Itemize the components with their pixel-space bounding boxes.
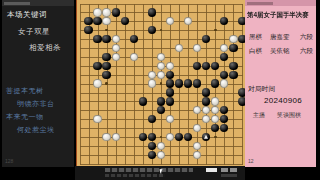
toolbar-button-3[interactable] — [221, 174, 237, 177]
black-stone — [84, 26, 92, 34]
grid-line — [233, 4, 234, 165]
white-stone — [157, 62, 165, 70]
white-stone — [112, 35, 120, 43]
toolbar-button-2[interactable] — [230, 168, 237, 172]
black-stone — [229, 71, 237, 79]
right-titlebar — [245, 0, 316, 6]
black-player-row: 黑棋 唐嘉雯 六段 — [249, 33, 313, 42]
white-stone — [102, 133, 110, 141]
poem-line-4: 何处惹尘埃 — [17, 125, 55, 135]
white-stone — [148, 71, 156, 79]
white-stone — [193, 151, 201, 159]
black-stone — [166, 71, 174, 79]
last-move-marker — [204, 135, 208, 139]
white-stone — [202, 115, 210, 123]
white-stone — [229, 35, 237, 43]
black-stone — [157, 97, 165, 105]
white-stone — [211, 115, 219, 123]
white-stone — [193, 124, 201, 132]
game-info-panel: 第4届女子国手半决赛 黑棋 唐嘉雯 六段 白棋 吴依铭 六段 对局时间 2024… — [245, 0, 316, 167]
grid-line — [242, 4, 243, 165]
black-stone — [202, 35, 210, 43]
white-stone — [112, 133, 120, 141]
white-stone — [93, 79, 101, 87]
progress-handle[interactable] — [206, 168, 217, 172]
black-stone — [121, 17, 129, 25]
black-stone — [202, 133, 210, 141]
black-stone — [193, 62, 201, 70]
white-stone — [166, 133, 174, 141]
black-player-rank: 六段 — [300, 33, 313, 42]
black-stone — [184, 133, 192, 141]
white-label: 白棋 — [249, 47, 262, 54]
host-row: 主播 笑谈围棋 — [253, 111, 265, 120]
black-stone — [130, 35, 138, 43]
toolbar-secondary-marks — [105, 174, 165, 177]
poem-line-3: 本来无一物 — [6, 112, 44, 122]
black-player-name: 唐嘉雯 — [270, 33, 290, 42]
move-progress-bar[interactable] — [105, 168, 193, 172]
black-stone — [148, 142, 156, 150]
white-stone — [166, 62, 174, 70]
black-stone — [93, 62, 101, 70]
black-stone — [229, 62, 237, 70]
black-stone — [84, 17, 92, 25]
black-stone — [229, 44, 237, 52]
black-stone — [148, 115, 156, 123]
white-stone — [193, 106, 201, 114]
game-date: 20240906 — [264, 96, 302, 105]
black-stone — [211, 62, 219, 70]
white-stone — [157, 53, 165, 61]
black-stone — [193, 79, 201, 87]
poem-line-2: 明镜亦非台 — [17, 99, 55, 109]
black-stone — [157, 106, 165, 114]
black-stone — [202, 97, 210, 105]
black-stone — [166, 88, 174, 96]
white-stone — [184, 17, 192, 25]
white-stone — [220, 44, 228, 52]
commentary-panel: 本场关键词 女子双星 相爱相杀 菩提本无树 明镜亦非台 本来无一物 何处惹尘埃 … — [2, 0, 74, 167]
white-player-rank: 六段 — [300, 47, 313, 56]
grid-line — [80, 93, 244, 94]
star-point — [214, 136, 217, 139]
white-player-name: 吴依铭 — [270, 47, 290, 56]
go-board[interactable] — [76, 0, 246, 166]
white-stone — [175, 44, 183, 52]
black-stone — [211, 124, 219, 132]
black-stone — [220, 106, 228, 114]
left-titlebar — [2, 0, 74, 6]
black-stone — [220, 71, 228, 79]
left-titlebar-text-mark — [4, 2, 30, 5]
poem-line-1: 菩提本无树 — [6, 86, 44, 96]
player-toolbar — [75, 166, 245, 180]
black-stone — [148, 151, 156, 159]
right-corner-note: 12 — [248, 158, 254, 164]
black-stone — [202, 62, 210, 70]
white-stone — [157, 142, 165, 150]
keywords-header: 本场关键词 — [7, 10, 47, 20]
toolbar-button-1[interactable] — [221, 168, 228, 172]
black-stone — [202, 88, 210, 96]
white-stone — [166, 115, 174, 123]
white-stone — [102, 8, 110, 16]
white-stone — [112, 44, 120, 52]
white-player-row: 白棋 吴依铭 六段 — [249, 47, 313, 56]
host-label: 主播 — [253, 112, 265, 118]
right-titlebar-text-mark — [247, 2, 273, 5]
white-stone — [220, 79, 228, 87]
white-stone — [202, 106, 210, 114]
keyword-2: 相爱相杀 — [29, 43, 61, 53]
black-stone — [211, 79, 219, 87]
star-point — [160, 82, 163, 85]
white-stone — [193, 142, 201, 150]
black-stone — [175, 133, 183, 141]
white-stone — [193, 44, 201, 52]
black-stone — [102, 53, 110, 61]
white-stone — [93, 8, 101, 16]
host-name: 笑谈围棋 — [277, 111, 301, 120]
black-stone — [148, 8, 156, 16]
white-stone — [211, 97, 219, 105]
white-stone — [148, 79, 156, 87]
black-stone — [220, 17, 228, 25]
grid-line — [80, 164, 244, 165]
black-stone — [148, 26, 156, 34]
white-stone — [166, 17, 174, 25]
black-stone — [139, 133, 147, 141]
black-stone — [112, 8, 120, 16]
tournament-title: 第4届女子国手半决赛 — [247, 11, 314, 20]
black-stone — [166, 79, 174, 87]
star-point — [105, 82, 108, 85]
white-stone — [112, 53, 120, 61]
left-corner-note: 128 — [5, 158, 13, 164]
black-stone — [93, 17, 101, 25]
keyword-1: 女子双星 — [18, 27, 50, 37]
app-window: 本场关键词 女子双星 相爱相杀 菩提本无树 明镜亦非台 本来无一物 何处惹尘埃 … — [0, 0, 320, 180]
white-stone — [157, 71, 165, 79]
black-stone — [102, 71, 110, 79]
black-stone — [139, 97, 147, 105]
white-stone — [211, 106, 219, 114]
black-stone — [175, 79, 183, 87]
white-stone — [157, 151, 165, 159]
game-time-label: 对局时间 — [248, 84, 275, 94]
black-stone — [102, 35, 110, 43]
black-stone — [220, 53, 228, 61]
black-stone — [166, 97, 174, 105]
white-stone — [93, 115, 101, 123]
white-stone — [130, 53, 138, 61]
black-label: 黑棋 — [249, 33, 262, 40]
white-stone — [102, 17, 110, 25]
black-stone — [148, 133, 156, 141]
black-stone — [220, 124, 228, 132]
black-stone — [184, 79, 192, 87]
black-stone — [93, 35, 101, 43]
black-stone — [102, 62, 110, 70]
black-stone — [220, 115, 228, 123]
